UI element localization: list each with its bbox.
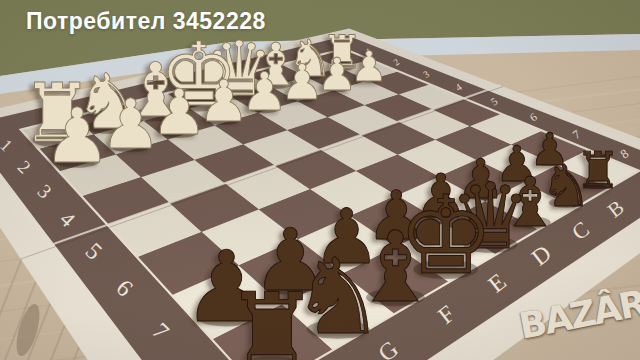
piece-white-pawn-h2: ♟ bbox=[43, 92, 111, 180]
piece-black-rook-h8: ♜ bbox=[224, 270, 321, 360]
listing-photo: 1122334455667788ABCDEFGH♜♞♟♝♟♛♟♚♟♝♟♞♟♜♟♟… bbox=[0, 0, 640, 360]
user-label: Потребител 3452228 bbox=[26, 8, 266, 35]
